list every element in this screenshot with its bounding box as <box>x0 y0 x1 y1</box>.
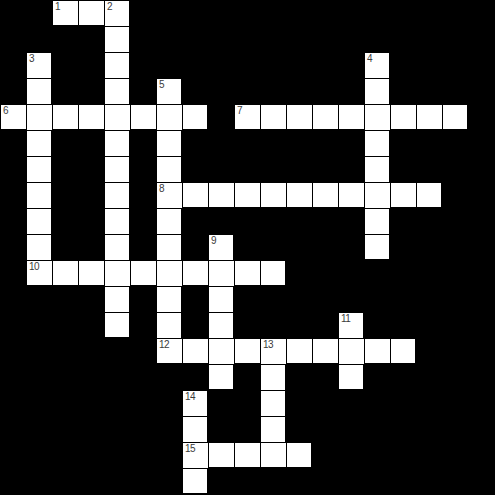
cell-r17c9[interactable] <box>234 442 260 468</box>
block-r18c14 <box>364 468 390 494</box>
cell-r13c10[interactable]: 13 <box>260 338 286 364</box>
block-r2c18 <box>468 52 494 78</box>
block-r0c14 <box>364 0 390 26</box>
cell-r8c14[interactable] <box>364 208 390 234</box>
cell-r13c7[interactable] <box>182 338 208 364</box>
block-r0c17 <box>442 0 468 26</box>
block-r6c12 <box>312 156 338 182</box>
block-r9c12 <box>312 234 338 260</box>
cell-r2c4[interactable] <box>104 52 130 78</box>
block-r1c16 <box>416 26 442 52</box>
block-r17c12 <box>312 442 338 468</box>
clue-number-8: 8 <box>159 184 164 194</box>
cell-r0c4[interactable]: 2 <box>104 0 130 26</box>
block-r12c16 <box>416 312 442 338</box>
block-r9c13 <box>338 234 364 260</box>
block-r16c3 <box>78 416 104 442</box>
block-r11c11 <box>286 286 312 312</box>
block-r9c15 <box>390 234 416 260</box>
block-r11c16 <box>416 286 442 312</box>
cell-r4c14[interactable] <box>364 104 390 130</box>
block-r14c16 <box>416 364 442 390</box>
block-r5c13 <box>338 130 364 156</box>
block-r3c0 <box>0 78 26 104</box>
block-r8c13 <box>338 208 364 234</box>
cell-r13c13[interactable] <box>338 338 364 364</box>
block-r1c7 <box>182 26 208 52</box>
block-r11c7 <box>182 286 208 312</box>
block-r17c15 <box>390 442 416 468</box>
block-r1c2 <box>52 26 78 52</box>
block-r1c14 <box>364 26 390 52</box>
block-r14c7 <box>182 364 208 390</box>
cell-r7c14[interactable] <box>364 182 390 208</box>
cell-r5c1[interactable] <box>26 130 52 156</box>
block-r14c15 <box>390 364 416 390</box>
block-r0c7 <box>182 0 208 26</box>
block-r6c5 <box>130 156 156 182</box>
cell-r9c8[interactable]: 9 <box>208 234 234 260</box>
cell-r10c7[interactable] <box>182 260 208 286</box>
block-r12c18 <box>468 312 494 338</box>
block-r10c12 <box>312 260 338 286</box>
block-r16c12 <box>312 416 338 442</box>
block-r5c9 <box>234 130 260 156</box>
block-r13c1 <box>26 338 52 364</box>
block-r2c5 <box>130 52 156 78</box>
cell-r7c13[interactable] <box>338 182 364 208</box>
block-r16c5 <box>130 416 156 442</box>
clue-number-6: 6 <box>3 106 8 116</box>
block-r18c9 <box>234 468 260 494</box>
block-r1c17 <box>442 26 468 52</box>
cell-r10c5[interactable] <box>130 260 156 286</box>
block-r17c16 <box>416 442 442 468</box>
cell-r0c3[interactable] <box>78 0 104 26</box>
block-r13c3 <box>78 338 104 364</box>
block-r2c12 <box>312 52 338 78</box>
block-r9c10 <box>260 234 286 260</box>
cell-r5c6[interactable] <box>156 130 182 156</box>
cell-r9c14[interactable] <box>364 234 390 260</box>
block-r0c1 <box>26 0 52 26</box>
cell-r17c11[interactable] <box>286 442 312 468</box>
cell-r7c12[interactable] <box>312 182 338 208</box>
cell-r10c6[interactable] <box>156 260 182 286</box>
block-r12c9 <box>234 312 260 338</box>
block-r18c11 <box>286 468 312 494</box>
block-r12c1 <box>26 312 52 338</box>
block-r17c17 <box>442 442 468 468</box>
block-r12c3 <box>78 312 104 338</box>
cell-r3c6[interactable]: 5 <box>156 78 182 104</box>
block-r8c12 <box>312 208 338 234</box>
cell-r4c0[interactable]: 6 <box>0 104 26 130</box>
cell-r12c4[interactable] <box>104 312 130 338</box>
block-r8c10 <box>260 208 286 234</box>
cell-r4c10[interactable] <box>260 104 286 130</box>
cell-r11c6[interactable] <box>156 286 182 312</box>
block-r11c14 <box>364 286 390 312</box>
cell-r4c3[interactable] <box>78 104 104 130</box>
cell-r9c4[interactable] <box>104 234 130 260</box>
clue-number-4: 4 <box>367 54 372 64</box>
block-r18c5 <box>130 468 156 494</box>
cell-r10c10[interactable] <box>260 260 286 286</box>
block-r15c6 <box>156 390 182 416</box>
block-r5c8 <box>208 130 234 156</box>
block-r1c3 <box>78 26 104 52</box>
block-r5c5 <box>130 130 156 156</box>
cell-r5c14[interactable] <box>364 130 390 156</box>
cell-r13c9[interactable] <box>234 338 260 364</box>
block-r6c16 <box>416 156 442 182</box>
block-r15c12 <box>312 390 338 416</box>
block-r1c10 <box>260 26 286 52</box>
cell-r4c11[interactable] <box>286 104 312 130</box>
block-r2c0 <box>0 52 26 78</box>
block-r15c11 <box>286 390 312 416</box>
clue-number-15: 15 <box>185 444 195 454</box>
block-r14c14 <box>364 364 390 390</box>
block-r5c2 <box>52 130 78 156</box>
cell-r11c4[interactable] <box>104 286 130 312</box>
block-r3c11 <box>286 78 312 104</box>
cell-r2c14[interactable]: 4 <box>364 52 390 78</box>
block-r1c11 <box>286 26 312 52</box>
block-r11c2 <box>52 286 78 312</box>
block-r9c11 <box>286 234 312 260</box>
cell-r10c9[interactable] <box>234 260 260 286</box>
block-r7c0 <box>0 182 26 208</box>
block-r6c11 <box>286 156 312 182</box>
block-r9c2 <box>52 234 78 260</box>
cell-r2c1[interactable]: 3 <box>26 52 52 78</box>
block-r17c2 <box>52 442 78 468</box>
block-r14c2 <box>52 364 78 390</box>
block-r9c3 <box>78 234 104 260</box>
block-r11c17 <box>442 286 468 312</box>
clue-number-9: 9 <box>211 236 216 246</box>
block-r1c6 <box>156 26 182 52</box>
cell-r1c4[interactable] <box>104 26 130 52</box>
cell-r10c3[interactable] <box>78 260 104 286</box>
cell-r16c10[interactable] <box>260 416 286 442</box>
block-r10c0 <box>0 260 26 286</box>
block-r15c13 <box>338 390 364 416</box>
clue-number-11: 11 <box>341 314 350 324</box>
block-r11c1 <box>26 286 52 312</box>
cell-r10c8[interactable] <box>208 260 234 286</box>
block-r6c18 <box>468 156 494 182</box>
cell-r17c8[interactable] <box>208 442 234 468</box>
block-r11c10 <box>260 286 286 312</box>
block-r5c3 <box>78 130 104 156</box>
block-r0c12 <box>312 0 338 26</box>
cell-r8c1[interactable] <box>26 208 52 234</box>
block-r12c11 <box>286 312 312 338</box>
block-r3c12 <box>312 78 338 104</box>
block-r0c18 <box>468 0 494 26</box>
block-r15c1 <box>26 390 52 416</box>
block-r18c3 <box>78 468 104 494</box>
block-r1c18 <box>468 26 494 52</box>
block-r11c3 <box>78 286 104 312</box>
block-r8c0 <box>0 208 26 234</box>
cell-r7c11[interactable] <box>286 182 312 208</box>
block-r1c15 <box>390 26 416 52</box>
cell-r14c13[interactable] <box>338 364 364 390</box>
block-r14c4 <box>104 364 130 390</box>
block-r2c6 <box>156 52 182 78</box>
block-r15c4 <box>104 390 130 416</box>
cell-r13c11[interactable] <box>286 338 312 364</box>
block-r5c17 <box>442 130 468 156</box>
block-r6c2 <box>52 156 78 182</box>
block-r1c5 <box>130 26 156 52</box>
block-r16c0 <box>0 416 26 442</box>
block-r0c11 <box>286 0 312 26</box>
cell-r16c7[interactable] <box>182 416 208 442</box>
block-r15c18 <box>468 390 494 416</box>
block-r18c1 <box>26 468 52 494</box>
block-r16c13 <box>338 416 364 442</box>
block-r15c8 <box>208 390 234 416</box>
cell-r7c6[interactable]: 8 <box>156 182 182 208</box>
block-r2c16 <box>416 52 442 78</box>
cell-r13c12[interactable] <box>312 338 338 364</box>
block-r6c3 <box>78 156 104 182</box>
cell-r4c6[interactable] <box>156 104 182 130</box>
cell-r17c10[interactable] <box>260 442 286 468</box>
cell-r6c6[interactable] <box>156 156 182 182</box>
block-r17c14 <box>364 442 390 468</box>
block-r6c17 <box>442 156 468 182</box>
cell-r11c8[interactable] <box>208 286 234 312</box>
cell-r4c15[interactable] <box>390 104 416 130</box>
cell-r7c16[interactable] <box>416 182 442 208</box>
block-r3c9 <box>234 78 260 104</box>
block-r18c8 <box>208 468 234 494</box>
block-r8c9 <box>234 208 260 234</box>
block-r3c3 <box>78 78 104 104</box>
cell-r12c8[interactable] <box>208 312 234 338</box>
block-r16c1 <box>26 416 52 442</box>
block-r2c17 <box>442 52 468 78</box>
block-r15c0 <box>0 390 26 416</box>
block-r17c13 <box>338 442 364 468</box>
block-r17c4 <box>104 442 130 468</box>
cell-r13c14[interactable] <box>364 338 390 364</box>
cell-r7c9[interactable] <box>234 182 260 208</box>
block-r8c2 <box>52 208 78 234</box>
cell-r7c1[interactable] <box>26 182 52 208</box>
block-r17c3 <box>78 442 104 468</box>
block-r11c13 <box>338 286 364 312</box>
cell-r7c8[interactable] <box>208 182 234 208</box>
cell-r4c1[interactable] <box>26 104 52 130</box>
cell-r4c17[interactable] <box>442 104 468 130</box>
block-r5c10 <box>260 130 286 156</box>
cell-r15c7[interactable]: 14 <box>182 390 208 416</box>
cell-r6c4[interactable] <box>104 156 130 182</box>
block-r10c13 <box>338 260 364 286</box>
cell-r9c6[interactable] <box>156 234 182 260</box>
crossword-board: 123456789101112131415 <box>0 0 494 494</box>
block-r3c13 <box>338 78 364 104</box>
cell-r15c10[interactable] <box>260 390 286 416</box>
cell-r3c14[interactable] <box>364 78 390 104</box>
block-r1c9 <box>234 26 260 52</box>
block-r2c2 <box>52 52 78 78</box>
block-r15c17 <box>442 390 468 416</box>
block-r0c9 <box>234 0 260 26</box>
block-r9c7 <box>182 234 208 260</box>
block-r10c18 <box>468 260 494 286</box>
block-r8c16 <box>416 208 442 234</box>
cell-r14c8[interactable] <box>208 364 234 390</box>
block-r14c11 <box>286 364 312 390</box>
block-r15c9 <box>234 390 260 416</box>
block-r10c16 <box>416 260 442 286</box>
block-r9c17 <box>442 234 468 260</box>
block-r9c9 <box>234 234 260 260</box>
block-r18c10 <box>260 468 286 494</box>
block-r9c18 <box>468 234 494 260</box>
block-r6c0 <box>0 156 26 182</box>
block-r16c18 <box>468 416 494 442</box>
cell-r3c1[interactable] <box>26 78 52 104</box>
cell-r4c9[interactable]: 7 <box>234 104 260 130</box>
cell-r7c7[interactable] <box>182 182 208 208</box>
cell-r0c2[interactable]: 1 <box>52 0 78 26</box>
block-r12c2 <box>52 312 78 338</box>
block-r5c11 <box>286 130 312 156</box>
cell-r10c2[interactable] <box>52 260 78 286</box>
block-r16c14 <box>364 416 390 442</box>
block-r16c15 <box>390 416 416 442</box>
clue-number-13: 13 <box>263 340 273 350</box>
clue-number-5: 5 <box>159 80 164 90</box>
block-r15c14 <box>364 390 390 416</box>
block-r16c17 <box>442 416 468 442</box>
cell-r6c1[interactable] <box>26 156 52 182</box>
cell-r12c6[interactable] <box>156 312 182 338</box>
cell-r10c1[interactable]: 10 <box>26 260 52 286</box>
cell-r18c7[interactable] <box>182 468 208 494</box>
block-r5c7 <box>182 130 208 156</box>
block-r0c6 <box>156 0 182 26</box>
clue-number-12: 12 <box>159 340 169 350</box>
cell-r7c10[interactable] <box>260 182 286 208</box>
block-r1c8 <box>208 26 234 52</box>
block-r5c12 <box>312 130 338 156</box>
cell-r6c14[interactable] <box>364 156 390 182</box>
block-r12c17 <box>442 312 468 338</box>
cell-r4c16[interactable] <box>416 104 442 130</box>
block-r17c5 <box>130 442 156 468</box>
block-r6c8 <box>208 156 234 182</box>
cell-r8c6[interactable] <box>156 208 182 234</box>
block-r3c15 <box>390 78 416 104</box>
cell-r3c4[interactable] <box>104 78 130 104</box>
cell-r12c13[interactable]: 11 <box>338 312 364 338</box>
cell-r8c4[interactable] <box>104 208 130 234</box>
block-r1c1 <box>26 26 52 52</box>
block-r15c15 <box>390 390 416 416</box>
clue-number-14: 14 <box>185 392 195 402</box>
block-r0c16 <box>416 0 442 26</box>
cell-r4c12[interactable] <box>312 104 338 130</box>
cell-r10c4[interactable] <box>104 260 130 286</box>
block-r3c16 <box>416 78 442 104</box>
cell-r7c4[interactable] <box>104 182 130 208</box>
block-r6c7 <box>182 156 208 182</box>
block-r8c17 <box>442 208 468 234</box>
cell-r13c8[interactable] <box>208 338 234 364</box>
block-r16c16 <box>416 416 442 442</box>
block-r11c5 <box>130 286 156 312</box>
block-r13c0 <box>0 338 26 364</box>
block-r15c2 <box>52 390 78 416</box>
cell-r4c4[interactable] <box>104 104 130 130</box>
block-r16c4 <box>104 416 130 442</box>
cell-r4c2[interactable] <box>52 104 78 130</box>
block-r7c18 <box>468 182 494 208</box>
block-r8c11 <box>286 208 312 234</box>
clue-number-10: 10 <box>29 262 39 272</box>
block-r14c5 <box>130 364 156 390</box>
block-r2c13 <box>338 52 364 78</box>
block-r14c17 <box>442 364 468 390</box>
block-r4c8 <box>208 104 234 130</box>
block-r4c18 <box>468 104 494 130</box>
block-r6c13 <box>338 156 364 182</box>
block-r16c6 <box>156 416 182 442</box>
block-r18c4 <box>104 468 130 494</box>
block-r2c9 <box>234 52 260 78</box>
block-r15c3 <box>78 390 104 416</box>
cell-r13c15[interactable] <box>390 338 416 364</box>
block-r18c6 <box>156 468 182 494</box>
block-r17c6 <box>156 442 182 468</box>
cell-r17c7[interactable]: 15 <box>182 442 208 468</box>
crossword-page: 123456789101112131415 <box>0 0 495 495</box>
block-r5c15 <box>390 130 416 156</box>
block-r8c8 <box>208 208 234 234</box>
cell-r4c7[interactable] <box>182 104 208 130</box>
cell-r5c4[interactable] <box>104 130 130 156</box>
block-r18c18 <box>468 468 494 494</box>
block-r13c17 <box>442 338 468 364</box>
block-r14c0 <box>0 364 26 390</box>
block-r12c5 <box>130 312 156 338</box>
block-r15c5 <box>130 390 156 416</box>
block-r18c2 <box>52 468 78 494</box>
block-r10c11 <box>286 260 312 286</box>
cell-r9c1[interactable] <box>26 234 52 260</box>
cell-r13c6[interactable]: 12 <box>156 338 182 364</box>
block-r8c5 <box>130 208 156 234</box>
clue-number-2: 2 <box>107 2 112 12</box>
cell-r7c15[interactable] <box>390 182 416 208</box>
cell-r4c13[interactable] <box>338 104 364 130</box>
block-r1c12 <box>312 26 338 52</box>
cell-r14c10[interactable] <box>260 364 286 390</box>
block-r6c9 <box>234 156 260 182</box>
cell-r4c5[interactable] <box>130 104 156 130</box>
block-r14c6 <box>156 364 182 390</box>
